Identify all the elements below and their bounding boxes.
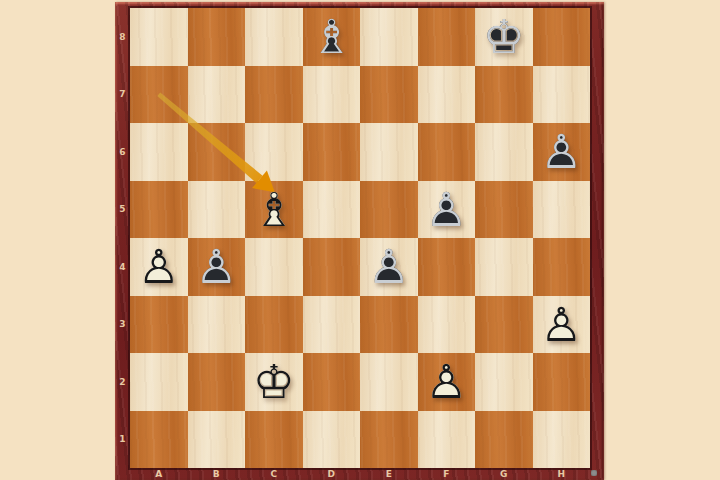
square-f8[interactable] — [418, 8, 476, 66]
black-pawn-h6[interactable]: ♟♙ — [533, 123, 591, 181]
black-pawn-f5[interactable]: ♟♙ — [418, 181, 476, 239]
rank-label-3: 3 — [115, 296, 130, 354]
rank-label-6: 6 — [115, 123, 130, 181]
square-f5[interactable]: ♟♙ — [418, 181, 476, 239]
square-e4[interactable]: ♟♙ — [360, 238, 418, 296]
rank-label-4: 4 — [115, 238, 130, 296]
square-h3[interactable]: ♟♙ — [533, 296, 591, 354]
rank-label-1: 1 — [115, 411, 130, 469]
square-a4[interactable]: ♟♙ — [130, 238, 188, 296]
black-bishop-d8[interactable]: ♝♗ — [303, 8, 361, 66]
square-a2[interactable] — [130, 353, 188, 411]
square-g4[interactable] — [475, 238, 533, 296]
pawn-glyph-outline: ♙ — [533, 123, 591, 181]
file-label-a: A — [130, 467, 188, 480]
bishop-glyph-outline: ♗ — [245, 181, 303, 239]
square-e2[interactable] — [360, 353, 418, 411]
square-a6[interactable] — [130, 123, 188, 181]
pawn-glyph-outline: ♙ — [533, 296, 591, 354]
square-g5[interactable] — [475, 181, 533, 239]
board: ♝♗♚♔♟♙♝♗♟♙♟♙♟♙♟♙♟♙♚♔♟♙ — [130, 8, 590, 468]
square-e8[interactable] — [360, 8, 418, 66]
square-h8[interactable] — [533, 8, 591, 66]
square-a8[interactable] — [130, 8, 188, 66]
page-background: ♝♗♚♔♟♙♝♗♟♙♟♙♟♙♟♙♟♙♚♔♟♙ 87654321ABCDEFGH — [0, 0, 720, 480]
square-f4[interactable] — [418, 238, 476, 296]
pawn-glyph-outline: ♙ — [418, 353, 476, 411]
white-king-c2[interactable]: ♚♔ — [245, 353, 303, 411]
square-d5[interactable] — [303, 181, 361, 239]
square-c4[interactable] — [245, 238, 303, 296]
square-a5[interactable] — [130, 181, 188, 239]
file-label-f: F — [418, 467, 476, 480]
rank-label-2: 2 — [115, 353, 130, 411]
square-g3[interactable] — [475, 296, 533, 354]
rank-label-5: 5 — [115, 181, 130, 239]
square-f6[interactable] — [418, 123, 476, 181]
square-h2[interactable] — [533, 353, 591, 411]
square-b7[interactable] — [188, 66, 246, 124]
square-b6[interactable] — [188, 123, 246, 181]
bishop-glyph-outline: ♗ — [303, 8, 361, 66]
square-h5[interactable] — [533, 181, 591, 239]
pawn-glyph-outline: ♙ — [418, 181, 476, 239]
square-f1[interactable] — [418, 411, 476, 469]
white-bishop-c5[interactable]: ♝♗ — [245, 181, 303, 239]
square-c1[interactable] — [245, 411, 303, 469]
square-f3[interactable] — [418, 296, 476, 354]
square-c2[interactable]: ♚♔ — [245, 353, 303, 411]
square-b5[interactable] — [188, 181, 246, 239]
square-b3[interactable] — [188, 296, 246, 354]
square-e7[interactable] — [360, 66, 418, 124]
file-label-g: G — [475, 467, 533, 480]
square-d8[interactable]: ♝♗ — [303, 8, 361, 66]
white-pawn-a4[interactable]: ♟♙ — [130, 238, 188, 296]
square-h7[interactable] — [533, 66, 591, 124]
white-pawn-h3[interactable]: ♟♙ — [533, 296, 591, 354]
rank-label-7: 7 — [115, 66, 130, 124]
square-a7[interactable] — [130, 66, 188, 124]
square-c6[interactable] — [245, 123, 303, 181]
file-label-c: C — [245, 467, 303, 480]
white-pawn-f2[interactable]: ♟♙ — [418, 353, 476, 411]
square-e3[interactable] — [360, 296, 418, 354]
square-h6[interactable]: ♟♙ — [533, 123, 591, 181]
square-e6[interactable] — [360, 123, 418, 181]
square-d1[interactable] — [303, 411, 361, 469]
square-b2[interactable] — [188, 353, 246, 411]
pawn-glyph-outline: ♙ — [360, 238, 418, 296]
file-label-d: D — [303, 467, 361, 480]
square-g6[interactable] — [475, 123, 533, 181]
king-glyph-outline: ♔ — [475, 8, 533, 66]
square-e5[interactable] — [360, 181, 418, 239]
king-glyph-outline: ♔ — [245, 353, 303, 411]
pawn-glyph-outline: ♙ — [130, 238, 188, 296]
square-h1[interactable] — [533, 411, 591, 469]
square-f2[interactable]: ♟♙ — [418, 353, 476, 411]
square-d4[interactable] — [303, 238, 361, 296]
square-c5[interactable]: ♝♗ — [245, 181, 303, 239]
file-label-h: H — [533, 467, 591, 480]
square-c3[interactable] — [245, 296, 303, 354]
square-g8[interactable]: ♚♔ — [475, 8, 533, 66]
square-c8[interactable] — [245, 8, 303, 66]
black-pawn-b4[interactable]: ♟♙ — [188, 238, 246, 296]
corner-dot — [591, 470, 597, 476]
square-f7[interactable] — [418, 66, 476, 124]
square-c7[interactable] — [245, 66, 303, 124]
square-b4[interactable]: ♟♙ — [188, 238, 246, 296]
black-pawn-e4[interactable]: ♟♙ — [360, 238, 418, 296]
square-b8[interactable] — [188, 8, 246, 66]
square-d3[interactable] — [303, 296, 361, 354]
square-a3[interactable] — [130, 296, 188, 354]
square-g1[interactable] — [475, 411, 533, 469]
file-label-e: E — [360, 467, 418, 480]
pawn-glyph-outline: ♙ — [188, 238, 246, 296]
square-d2[interactable] — [303, 353, 361, 411]
square-d7[interactable] — [303, 66, 361, 124]
square-g7[interactable] — [475, 66, 533, 124]
black-king-g8[interactable]: ♚♔ — [475, 8, 533, 66]
rank-label-8: 8 — [115, 8, 130, 66]
square-g2[interactable] — [475, 353, 533, 411]
square-a1[interactable] — [130, 411, 188, 469]
file-label-b: B — [188, 467, 246, 480]
square-h4[interactable] — [533, 238, 591, 296]
square-b1[interactable] — [188, 411, 246, 469]
square-e1[interactable] — [360, 411, 418, 469]
square-d6[interactable] — [303, 123, 361, 181]
